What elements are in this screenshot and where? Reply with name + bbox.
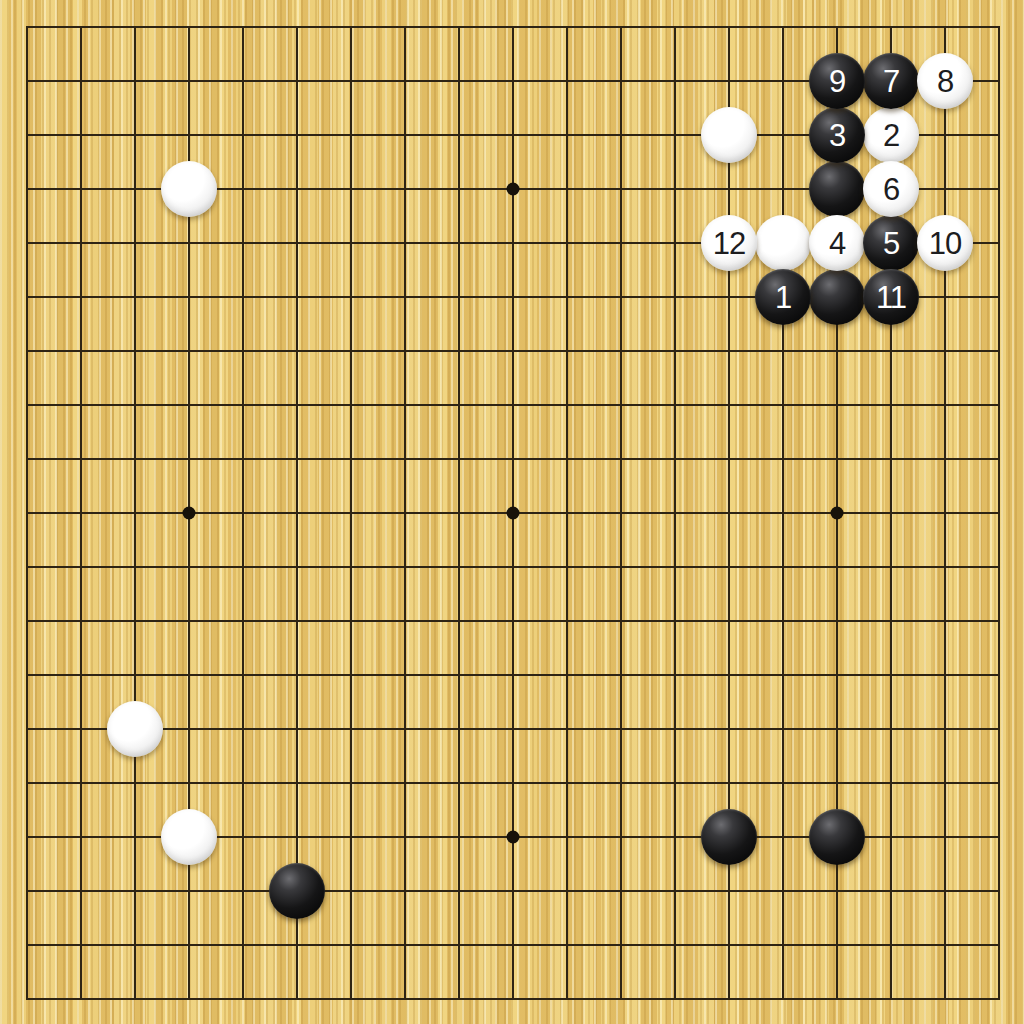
black-stone: 5 <box>863 215 919 271</box>
black-stone: 3 <box>809 107 865 163</box>
grid-line-horizontal <box>26 890 1000 892</box>
star-point <box>507 831 520 844</box>
move-number: 10 <box>929 228 961 259</box>
star-point <box>831 507 844 520</box>
grid-line-vertical <box>566 26 568 1000</box>
grid-line-horizontal <box>26 674 1000 676</box>
move-number: 2 <box>883 120 899 151</box>
white-stone: 12 <box>701 215 757 271</box>
move-number: 1 <box>775 282 791 313</box>
move-number: 5 <box>883 228 899 259</box>
move-number: 8 <box>937 66 953 97</box>
white-stone <box>107 701 163 757</box>
grid-line-horizontal <box>26 728 1000 730</box>
grid-line-horizontal <box>26 944 1000 946</box>
black-stone <box>701 809 757 865</box>
move-number: 11 <box>876 282 906 313</box>
star-point <box>507 183 520 196</box>
black-stone: 9 <box>809 53 865 109</box>
grid-line-horizontal <box>26 998 1000 1000</box>
grid-line-horizontal <box>26 782 1000 784</box>
move-number: 9 <box>829 66 845 97</box>
grid-line-horizontal <box>26 620 1000 622</box>
grid-line-horizontal <box>26 566 1000 568</box>
move-number: 4 <box>829 228 845 259</box>
go-board[interactable]: 123456789101112 <box>0 0 1024 1024</box>
grid-line-vertical <box>998 26 1000 1000</box>
white-stone: 2 <box>863 107 919 163</box>
white-stone <box>161 809 217 865</box>
grid-line-vertical <box>674 26 676 1000</box>
move-number: 12 <box>713 228 745 259</box>
black-stone <box>809 269 865 325</box>
move-number: 3 <box>829 120 845 151</box>
black-stone <box>269 863 325 919</box>
grid-line-vertical <box>620 26 622 1000</box>
black-stone: 1 <box>755 269 811 325</box>
star-point <box>183 507 196 520</box>
white-stone <box>161 161 217 217</box>
black-stone <box>809 161 865 217</box>
grid-line-vertical <box>782 26 784 1000</box>
star-point <box>507 507 520 520</box>
white-stone: 4 <box>809 215 865 271</box>
white-stone <box>701 107 757 163</box>
white-stone <box>755 215 811 271</box>
black-stone: 11 <box>863 269 919 325</box>
white-stone: 6 <box>863 161 919 217</box>
black-stone: 7 <box>863 53 919 109</box>
black-stone <box>809 809 865 865</box>
white-stone: 10 <box>917 215 973 271</box>
grid-line-vertical <box>944 26 946 1000</box>
move-number: 6 <box>883 174 899 205</box>
move-number: 7 <box>883 66 899 97</box>
white-stone: 8 <box>917 53 973 109</box>
